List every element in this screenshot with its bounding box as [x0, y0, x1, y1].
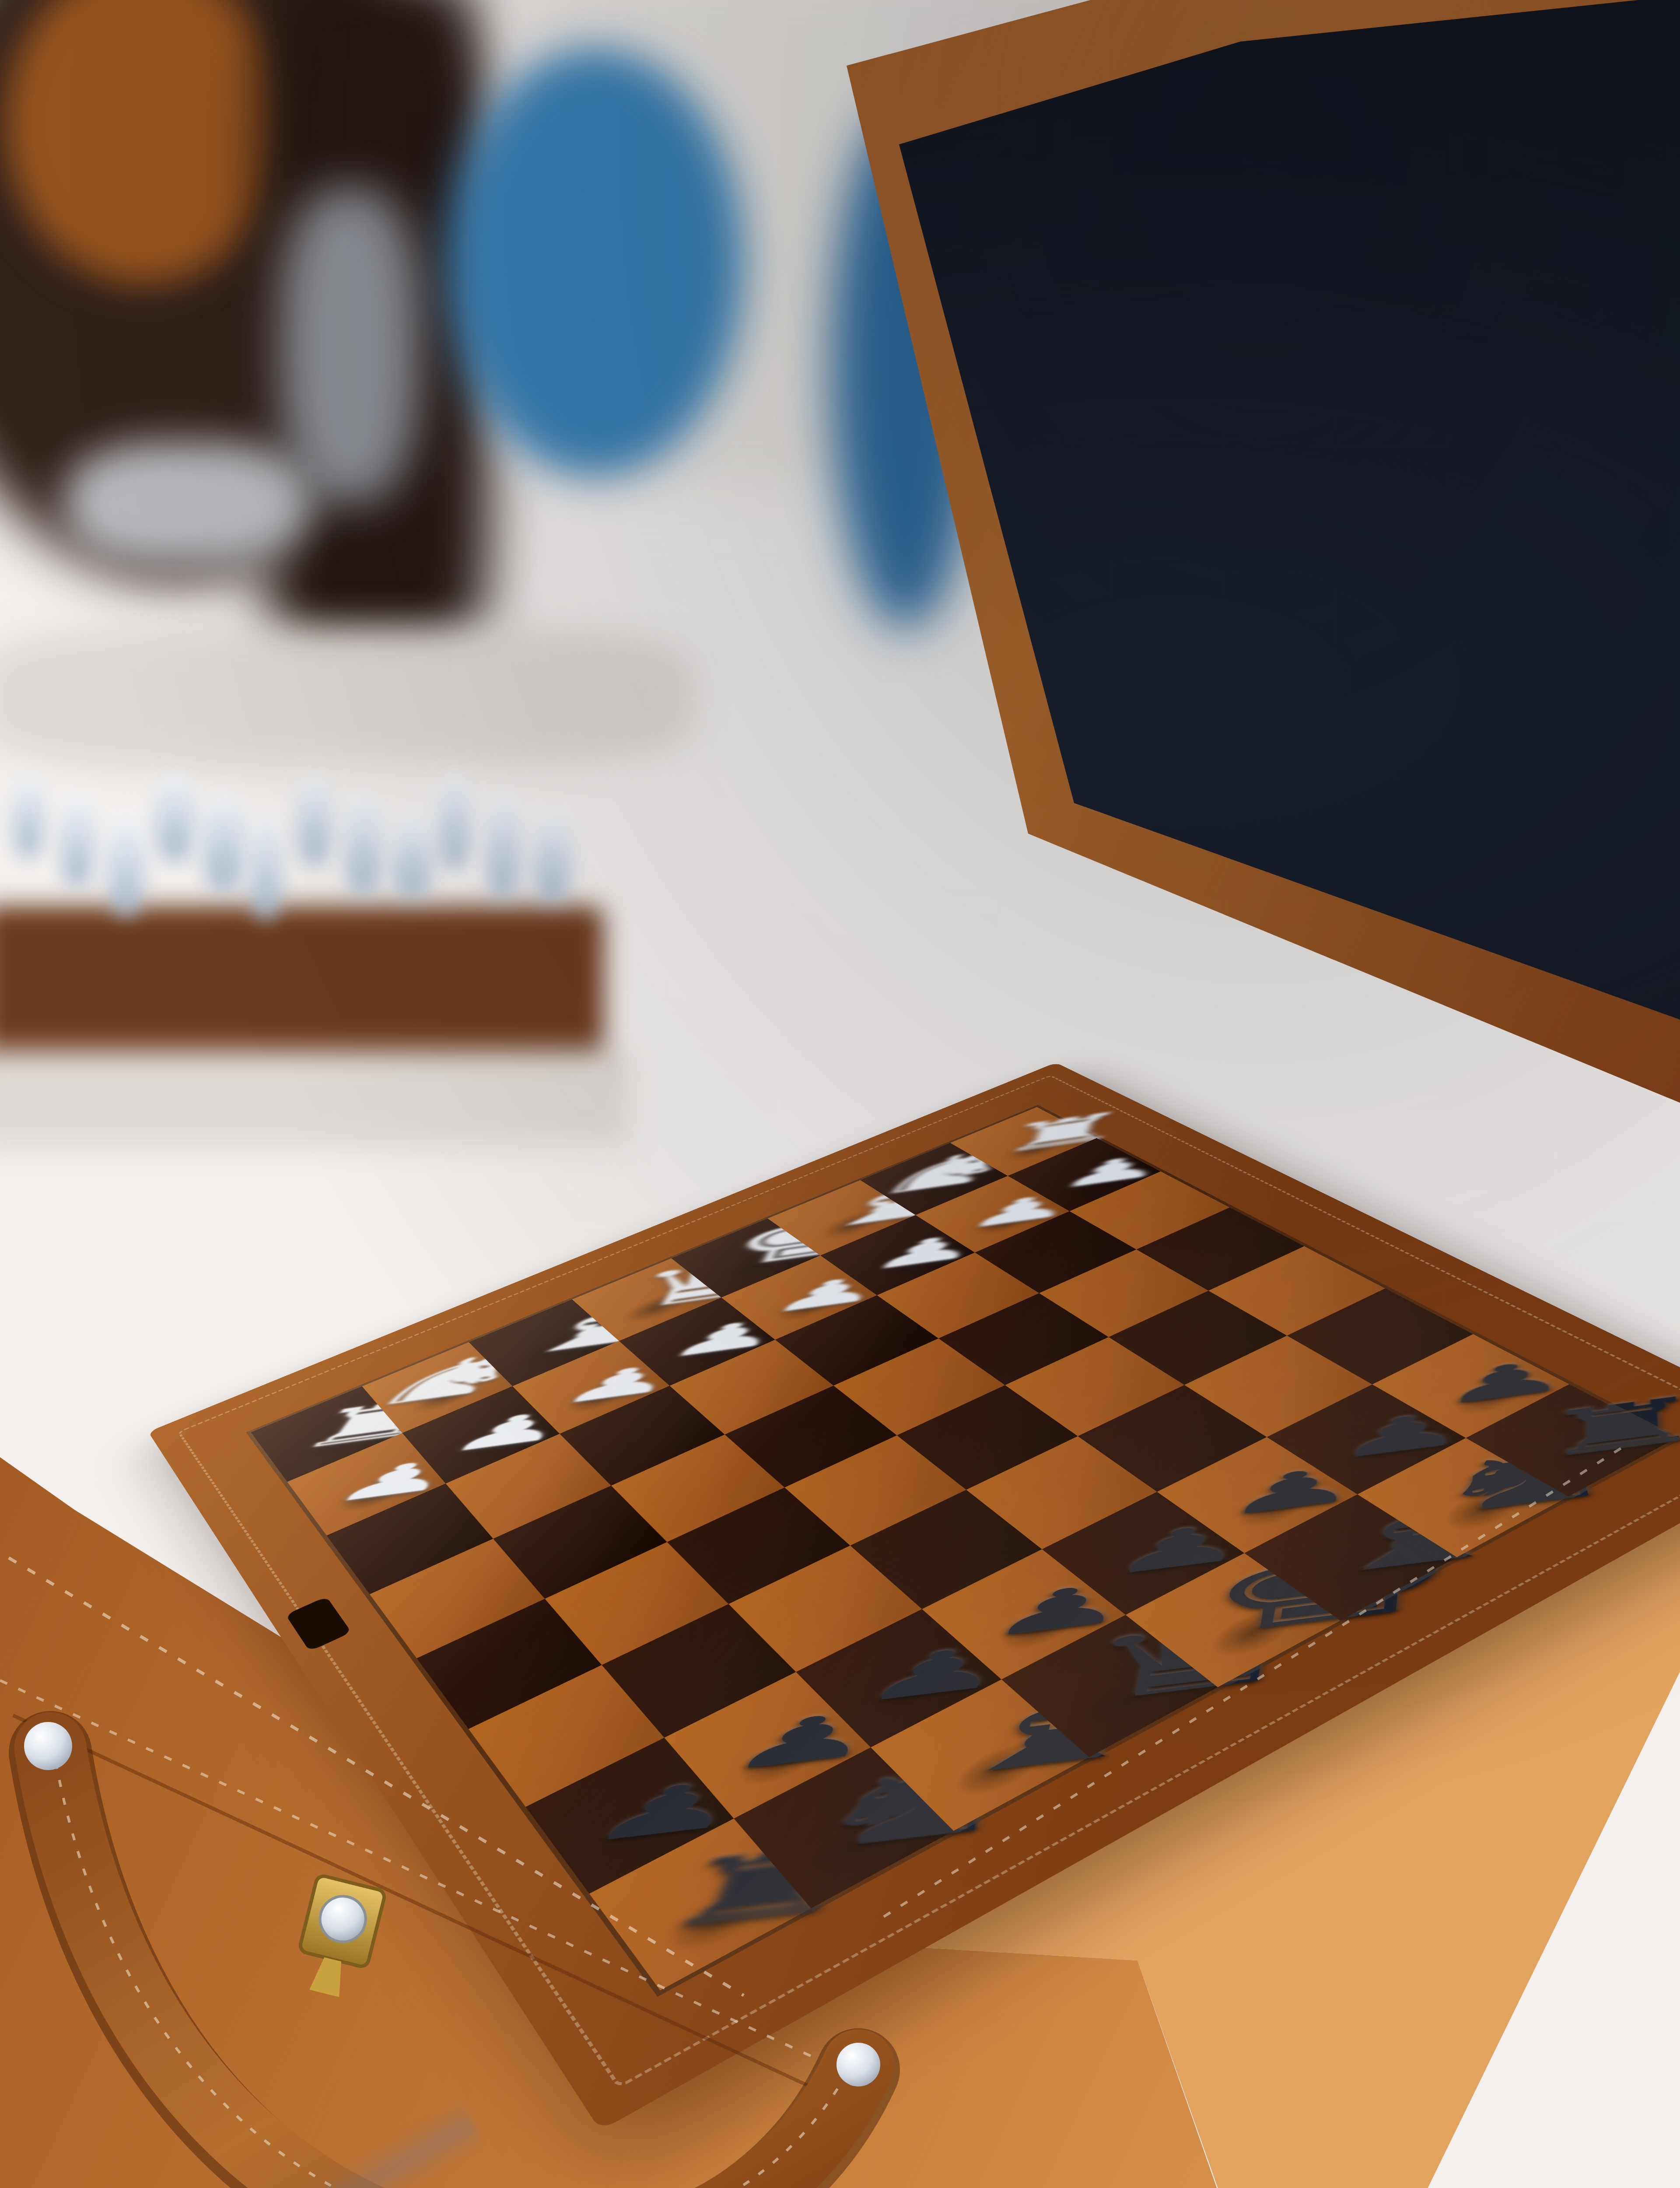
bokeh-piece	[486, 794, 521, 899]
piece-black-pawn: ♟	[978, 1573, 1141, 1647]
square-c7: ♟	[796, 1609, 1001, 1747]
background-second-chess-set	[0, 700, 682, 1160]
background-second-table	[0, 1050, 630, 1147]
bokeh-piece	[249, 814, 282, 921]
bokeh-piece	[391, 814, 433, 899]
chess-case-photo: ♜♞♝♛♚♝♞♜♟♟♟♟♟♟♟♟♟♟♟♟♟♟♟♟♜♞♝♛♚♝♞♜	[0, 0, 1680, 2188]
square-c5	[667, 1487, 850, 1604]
bokeh-piece	[533, 814, 571, 903]
piece-black-pawn: ♟	[1217, 1457, 1366, 1525]
bokeh-piece	[60, 794, 94, 887]
bokeh-piece	[108, 814, 144, 917]
square-f7: ♟	[1157, 1437, 1357, 1553]
bokeh-piece	[344, 794, 383, 895]
square-b5	[545, 1542, 728, 1665]
bokeh-piece	[297, 775, 332, 866]
piece-shadow	[969, 1585, 1112, 1671]
bokeh-piece	[438, 775, 470, 870]
square-b6	[602, 1604, 796, 1738]
square-f6	[1078, 1385, 1267, 1492]
square-c6	[728, 1546, 922, 1672]
square-d7: ♟	[922, 1549, 1125, 1679]
background-blue-drape	[446, 48, 744, 477]
bokeh-piece	[155, 775, 195, 862]
background-light-streak	[66, 442, 311, 565]
bokeh-piece	[202, 794, 245, 891]
background-light-streak	[280, 188, 420, 503]
bokeh-piece	[13, 775, 44, 858]
piece-shadow	[1091, 1525, 1230, 1607]
square-e6	[966, 1436, 1157, 1549]
